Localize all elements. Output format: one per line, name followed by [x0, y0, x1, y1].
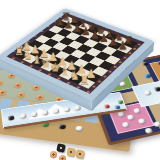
chess-piece: ♝: [59, 66, 70, 78]
chess-piece: ♟: [89, 29, 99, 40]
game-token: [144, 127, 153, 134]
game-token: [115, 105, 121, 109]
game-token: [20, 113, 27, 119]
loose-wooden-disc: [50, 151, 57, 158]
game-token: [75, 125, 83, 131]
chess-piece: ♟: [72, 23, 82, 34]
product-photo-scene: ♜♞♝♛♚♝♞♜♟♟♟♟♟♟♟♟♟♟♟♟♟♟♟♟♜♞♝♛♚♝♞♜: [0, 0, 160, 160]
chess-piece: ♜: [78, 74, 89, 86]
chess-piece: ♟: [81, 26, 91, 37]
game-token: [0, 80, 4, 86]
die: [66, 147, 75, 156]
game-token: [0, 90, 7, 96]
chess-piece: ♞: [69, 70, 80, 82]
loose-wooden-disc: [59, 155, 66, 160]
game-token: [17, 92, 26, 98]
chess-piece: ♟: [117, 40, 127, 51]
game-token: [8, 115, 15, 121]
game-token: [58, 123, 66, 129]
die: [75, 149, 84, 158]
chess-piece: ♟: [108, 36, 118, 47]
die: [56, 143, 65, 152]
game-token: [13, 83, 22, 89]
game-token: [154, 121, 160, 127]
game-token: [104, 104, 110, 108]
game-token: [157, 61, 160, 65]
chess-piece: ♟: [99, 33, 109, 44]
game-token: [35, 94, 44, 100]
game-token: [118, 100, 124, 104]
